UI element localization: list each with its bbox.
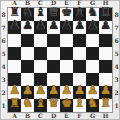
square-e7[interactable]: ♟ bbox=[60, 21, 73, 34]
piece-white-knight-b1[interactable]: ♞ bbox=[21, 96, 34, 109]
file-label-bottom-c: C bbox=[34, 112, 47, 120]
file-label-bottom-d: D bbox=[47, 112, 60, 120]
piece-black-pawn-b7[interactable]: ♟ bbox=[21, 18, 34, 31]
square-h4[interactable] bbox=[99, 60, 112, 73]
rank-label-right-8: 8 bbox=[113, 8, 120, 21]
rank-label-left-3: 3 bbox=[0, 73, 7, 86]
chess-app: { "game": "chess", "position": "rnbqkbnr… bbox=[0, 0, 120, 120]
square-f1[interactable]: ♝ bbox=[73, 99, 86, 112]
rank-label-left-1: 1 bbox=[0, 99, 7, 112]
piece-white-knight-g1[interactable]: ♞ bbox=[86, 96, 99, 109]
square-d1[interactable]: ♛ bbox=[47, 99, 60, 112]
rank-label-right-6: 6 bbox=[113, 34, 120, 47]
rank-label-right-5: 5 bbox=[113, 47, 120, 60]
rank-label-left-7: 7 bbox=[0, 21, 7, 34]
square-h6[interactable] bbox=[99, 34, 112, 47]
file-label-bottom-a: A bbox=[8, 112, 21, 120]
square-c4[interactable] bbox=[34, 60, 47, 73]
square-g6[interactable] bbox=[86, 34, 99, 47]
rank-label-left-6: 6 bbox=[0, 34, 7, 47]
file-label-bottom-f: F bbox=[73, 112, 86, 120]
piece-black-pawn-f7[interactable]: ♟ bbox=[73, 18, 86, 31]
square-h1[interactable]: ♜ bbox=[99, 99, 112, 112]
square-e5[interactable] bbox=[60, 47, 73, 60]
file-label-bottom-b: B bbox=[21, 112, 34, 120]
square-c6[interactable] bbox=[34, 34, 47, 47]
square-a6[interactable] bbox=[8, 34, 21, 47]
square-c7[interactable]: ♟ bbox=[34, 21, 47, 34]
piece-black-pawn-h7[interactable]: ♟ bbox=[99, 18, 112, 31]
square-b4[interactable] bbox=[21, 60, 34, 73]
square-c5[interactable] bbox=[34, 47, 47, 60]
square-b7[interactable]: ♟ bbox=[21, 21, 34, 34]
square-f4[interactable] bbox=[73, 60, 86, 73]
rank-label-right-1: 1 bbox=[113, 99, 120, 112]
square-g7[interactable]: ♟ bbox=[86, 21, 99, 34]
square-f7[interactable]: ♟ bbox=[73, 21, 86, 34]
square-a5[interactable] bbox=[8, 47, 21, 60]
piece-black-pawn-d7[interactable]: ♟ bbox=[47, 18, 60, 31]
file-label-bottom-h: H bbox=[99, 112, 112, 120]
rank-label-right-2: 2 bbox=[113, 86, 120, 99]
square-a7[interactable]: ♟ bbox=[8, 21, 21, 34]
square-f5[interactable] bbox=[73, 47, 86, 60]
square-d4[interactable] bbox=[47, 60, 60, 73]
rank-label-left-8: 8 bbox=[0, 8, 7, 21]
square-b6[interactable] bbox=[21, 34, 34, 47]
rank-label-right-7: 7 bbox=[113, 21, 120, 34]
square-e1[interactable]: ♚ bbox=[60, 99, 73, 112]
file-label-bottom-g: G bbox=[86, 112, 99, 120]
piece-black-pawn-e7[interactable]: ♟ bbox=[60, 18, 73, 31]
square-d5[interactable] bbox=[47, 47, 60, 60]
piece-white-queen-d1[interactable]: ♛ bbox=[47, 96, 60, 109]
rank-label-left-4: 4 bbox=[0, 60, 7, 73]
chess-board[interactable]: ♜♞♝♛♚♝♞♜♟♟♟♟♟♟♟♟♟♟♟♟♟♟♟♟♜♞♝♛♚♝♞♜ bbox=[8, 8, 112, 112]
square-a4[interactable] bbox=[8, 60, 21, 73]
square-g5[interactable] bbox=[86, 47, 99, 60]
rank-label-right-3: 3 bbox=[113, 73, 120, 86]
piece-white-rook-h1[interactable]: ♜ bbox=[99, 96, 112, 109]
square-b5[interactable] bbox=[21, 47, 34, 60]
piece-white-bishop-f1[interactable]: ♝ bbox=[73, 96, 86, 109]
piece-white-bishop-c1[interactable]: ♝ bbox=[34, 96, 47, 109]
piece-black-pawn-a7[interactable]: ♟ bbox=[8, 18, 21, 31]
square-c1[interactable]: ♝ bbox=[34, 99, 47, 112]
square-b1[interactable]: ♞ bbox=[21, 99, 34, 112]
square-e6[interactable] bbox=[60, 34, 73, 47]
square-a1[interactable]: ♜ bbox=[8, 99, 21, 112]
piece-white-king-e1[interactable]: ♚ bbox=[60, 96, 73, 109]
square-f6[interactable] bbox=[73, 34, 86, 47]
square-d6[interactable] bbox=[47, 34, 60, 47]
file-label-bottom-e: E bbox=[60, 112, 73, 120]
square-d7[interactable]: ♟ bbox=[47, 21, 60, 34]
piece-black-pawn-c7[interactable]: ♟ bbox=[34, 18, 47, 31]
square-g1[interactable]: ♞ bbox=[86, 99, 99, 112]
square-e4[interactable] bbox=[60, 60, 73, 73]
rank-label-left-2: 2 bbox=[0, 86, 7, 99]
rank-label-left-5: 5 bbox=[0, 47, 7, 60]
square-h7[interactable]: ♟ bbox=[99, 21, 112, 34]
square-g4[interactable] bbox=[86, 60, 99, 73]
piece-black-pawn-g7[interactable]: ♟ bbox=[86, 18, 99, 31]
square-h5[interactable] bbox=[99, 47, 112, 60]
piece-white-rook-a1[interactable]: ♜ bbox=[8, 96, 21, 109]
rank-label-right-4: 4 bbox=[113, 60, 120, 73]
